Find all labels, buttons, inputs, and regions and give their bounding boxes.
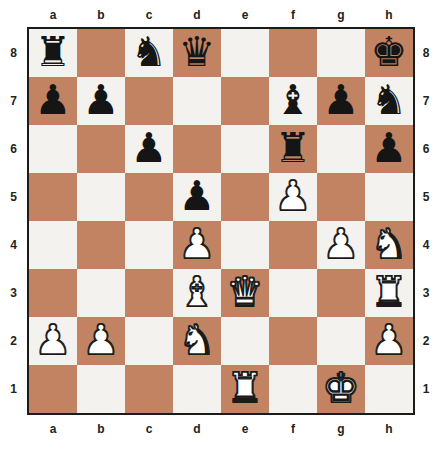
rank-label-3: 3 [0,269,27,317]
rank-label-7: 7 [415,77,437,125]
white-rook-icon: ♜ [227,368,264,409]
white-knight-icon: ♞ [179,320,216,361]
square-f2[interactable] [269,317,317,365]
square-a8[interactable]: ♜ [29,29,77,77]
square-d4[interactable]: ♟ [173,221,221,269]
square-a7[interactable]: ♟ [29,77,77,125]
black-pawn-icon: ♟ [131,128,168,169]
file-labels-top: abcdefgh [27,0,415,27]
square-a3[interactable] [29,269,77,317]
corner-top-right [415,0,437,27]
white-bishop-icon: ♝ [179,272,216,313]
square-e4[interactable] [221,221,269,269]
black-knight-icon: ♞ [131,32,168,73]
square-h6[interactable]: ♟ [365,125,413,173]
black-rook-icon: ♜ [275,128,312,169]
square-d7[interactable] [173,77,221,125]
black-pawn-icon: ♟ [179,176,216,217]
square-c8[interactable]: ♞ [125,29,173,77]
black-queen-icon: ♛ [179,32,216,73]
square-f5[interactable]: ♟ [269,173,317,221]
white-rook-icon: ♜ [371,272,408,313]
square-g5[interactable] [317,173,365,221]
white-pawn-icon: ♟ [275,176,312,217]
rank-label-5: 5 [415,173,437,221]
rank-label-6: 6 [415,125,437,173]
white-pawn-icon: ♟ [371,320,408,361]
white-pawn-icon: ♟ [83,320,120,361]
square-h2[interactable]: ♟ [365,317,413,365]
square-g7[interactable]: ♟ [317,77,365,125]
square-g8[interactable] [317,29,365,77]
black-pawn-icon: ♟ [83,80,120,121]
square-b5[interactable] [77,173,125,221]
file-label-c: c [125,0,173,27]
square-e5[interactable] [221,173,269,221]
white-knight-icon: ♞ [371,224,408,265]
square-a5[interactable] [29,173,77,221]
square-f8[interactable] [269,29,317,77]
file-label-c: c [125,415,173,449]
file-label-d: d [173,0,221,27]
file-label-b: b [77,0,125,27]
square-d1[interactable] [173,365,221,413]
corner-top-left [0,0,27,27]
square-h3[interactable]: ♜ [365,269,413,317]
rank-label-2: 2 [415,317,437,365]
square-e2[interactable] [221,317,269,365]
file-label-e: e [221,0,269,27]
square-d3[interactable]: ♝ [173,269,221,317]
rank-label-2: 2 [0,317,27,365]
square-a2[interactable]: ♟ [29,317,77,365]
file-labels-bottom: abcdefgh [27,415,415,449]
black-pawn-icon: ♟ [35,80,72,121]
square-c7[interactable] [125,77,173,125]
square-c1[interactable] [125,365,173,413]
file-label-e: e [221,415,269,449]
square-a6[interactable] [29,125,77,173]
black-knight-icon: ♞ [371,80,408,121]
square-h4[interactable]: ♞ [365,221,413,269]
rank-label-1: 1 [0,365,27,413]
file-label-f: f [269,415,317,449]
white-queen-icon: ♛ [227,272,264,313]
square-b6[interactable] [77,125,125,173]
square-c6[interactable]: ♟ [125,125,173,173]
white-king-icon: ♚ [323,368,360,409]
rank-label-3: 3 [415,269,437,317]
square-h8[interactable]: ♚ [365,29,413,77]
square-c4[interactable] [125,221,173,269]
file-label-a: a [29,0,77,27]
rank-labels-right: 87654321 [415,27,437,415]
square-e6[interactable] [221,125,269,173]
white-pawn-icon: ♟ [35,320,72,361]
file-label-g: g [317,0,365,27]
square-b7[interactable]: ♟ [77,77,125,125]
chess-diagram: abcdefgh 87654321 ♜♞♛♚♟♟♝♟♞♟♜♟♟♟♟♟♞♝♛♜♟♟… [0,0,437,449]
square-b1[interactable] [77,365,125,413]
square-a1[interactable] [29,365,77,413]
rank-label-8: 8 [0,29,27,77]
square-e3[interactable]: ♛ [221,269,269,317]
file-label-a: a [29,415,77,449]
rank-label-6: 6 [0,125,27,173]
square-e8[interactable] [221,29,269,77]
square-f7[interactable]: ♝ [269,77,317,125]
black-bishop-icon: ♝ [275,80,312,121]
square-g4[interactable]: ♟ [317,221,365,269]
square-b3[interactable] [77,269,125,317]
square-c5[interactable] [125,173,173,221]
square-h5[interactable] [365,173,413,221]
square-g1[interactable]: ♚ [317,365,365,413]
square-b2[interactable]: ♟ [77,317,125,365]
file-label-h: h [365,415,413,449]
square-b4[interactable] [77,221,125,269]
white-pawn-icon: ♟ [323,224,360,265]
file-label-b: b [77,415,125,449]
rank-label-4: 4 [0,221,27,269]
square-h7[interactable]: ♞ [365,77,413,125]
square-a4[interactable] [29,221,77,269]
corner-bottom-right [415,415,437,449]
file-label-f: f [269,0,317,27]
square-f4[interactable] [269,221,317,269]
rank-labels-left: 87654321 [0,27,27,415]
square-e1[interactable]: ♜ [221,365,269,413]
corner-bottom-left [0,415,27,449]
file-label-h: h [365,0,413,27]
rank-label-7: 7 [0,77,27,125]
square-d8[interactable]: ♛ [173,29,221,77]
rank-label-5: 5 [0,173,27,221]
black-pawn-icon: ♟ [323,80,360,121]
square-c3[interactable] [125,269,173,317]
rank-label-1: 1 [415,365,437,413]
square-f3[interactable] [269,269,317,317]
square-h1[interactable] [365,365,413,413]
black-rook-icon: ♜ [35,32,72,73]
white-pawn-icon: ♟ [179,224,216,265]
file-label-d: d [173,415,221,449]
square-f6[interactable]: ♜ [269,125,317,173]
square-e7[interactable] [221,77,269,125]
square-b8[interactable] [77,29,125,77]
black-pawn-icon: ♟ [371,128,408,169]
square-d2[interactable]: ♞ [173,317,221,365]
square-d6[interactable] [173,125,221,173]
square-c2[interactable] [125,317,173,365]
chess-board: ♜♞♛♚♟♟♝♟♞♟♜♟♟♟♟♟♞♝♛♜♟♟♞♟♜♚ [27,27,415,415]
file-label-g: g [317,415,365,449]
square-d5[interactable]: ♟ [173,173,221,221]
square-g2[interactable] [317,317,365,365]
square-g3[interactable] [317,269,365,317]
rank-label-8: 8 [415,29,437,77]
square-g6[interactable] [317,125,365,173]
rank-label-4: 4 [415,221,437,269]
square-f1[interactable] [269,365,317,413]
black-king-icon: ♚ [371,32,408,73]
